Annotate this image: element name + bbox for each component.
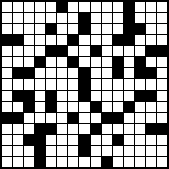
white-cell-r3c11[interactable] <box>113 24 123 34</box>
white-cell-r6c1[interactable] <box>2 57 12 67</box>
white-cell-r1c13[interactable] <box>135 2 145 12</box>
white-cell-r4c9[interactable] <box>91 35 101 45</box>
white-cell-r10c6[interactable] <box>57 102 67 112</box>
white-cell-r7c9[interactable] <box>91 68 101 78</box>
white-cell-r9c11[interactable] <box>113 91 123 101</box>
white-cell-r5c10[interactable] <box>102 46 112 56</box>
white-cell-r12c10[interactable] <box>102 124 112 134</box>
black-cell-r14c8 <box>79 146 89 156</box>
black-cell-r1c12 <box>124 2 134 12</box>
white-cell-r2c13[interactable] <box>135 13 145 23</box>
crossword-grid <box>0 0 169 169</box>
white-cell-r2c4[interactable] <box>35 13 45 23</box>
white-cell-r9c15[interactable] <box>157 91 167 101</box>
white-cell-r1c11[interactable] <box>113 2 123 12</box>
white-cell-r12c1[interactable] <box>2 124 12 134</box>
white-cell-r8c5[interactable] <box>46 79 56 89</box>
white-cell-r11c9[interactable] <box>91 113 101 123</box>
white-cell-r15c14[interactable] <box>146 157 156 167</box>
white-cell-r8c9[interactable] <box>91 79 101 89</box>
white-cell-r12c11[interactable] <box>113 124 123 134</box>
white-cell-r6c14[interactable] <box>146 57 156 67</box>
white-cell-r15c1[interactable] <box>2 157 12 167</box>
white-cell-r15c6[interactable] <box>57 157 67 167</box>
white-cell-r15c8[interactable] <box>79 157 89 167</box>
white-cell-r1c4[interactable] <box>35 2 45 12</box>
white-cell-r7c7[interactable] <box>68 68 78 78</box>
white-cell-r10c2[interactable] <box>13 102 23 112</box>
black-cell-r7c13 <box>135 68 145 78</box>
black-cell-r6c13 <box>135 57 145 67</box>
white-cell-r2c5[interactable] <box>46 13 56 23</box>
white-cell-r14c6[interactable] <box>57 146 67 156</box>
black-cell-r6c4 <box>35 57 45 67</box>
white-cell-r14c13[interactable] <box>135 146 145 156</box>
white-cell-r4c6[interactable] <box>57 35 67 45</box>
white-cell-r13c14[interactable] <box>146 135 156 145</box>
white-cell-r11c4[interactable] <box>35 113 45 123</box>
white-cell-r15c13[interactable] <box>135 157 145 167</box>
white-cell-r5c12[interactable] <box>124 46 134 56</box>
white-cell-r8c12[interactable] <box>124 79 134 89</box>
white-cell-r12c8[interactable] <box>79 124 89 134</box>
black-cell-r9c2 <box>13 91 23 101</box>
black-cell-r3c13 <box>135 24 145 34</box>
white-cell-r14c7[interactable] <box>68 146 78 156</box>
white-cell-r1c14[interactable] <box>146 2 156 12</box>
black-cell-r4c7 <box>68 35 78 45</box>
white-cell-r5c1[interactable] <box>2 46 12 56</box>
crossword-board <box>0 0 169 169</box>
white-cell-r11c5[interactable] <box>46 113 56 123</box>
white-cell-r11c12[interactable] <box>124 113 134 123</box>
white-cell-r4c8[interactable] <box>79 35 89 45</box>
black-cell-r3c5 <box>46 24 56 34</box>
black-cell-r2c12 <box>124 13 134 23</box>
white-cell-r11c13[interactable] <box>135 113 145 123</box>
black-cell-r7c2 <box>13 68 23 78</box>
white-cell-r1c10[interactable] <box>102 2 112 12</box>
white-cell-r7c1[interactable] <box>2 68 12 78</box>
white-cell-r11c8[interactable] <box>79 113 89 123</box>
black-cell-r12c15 <box>157 124 167 134</box>
white-cell-r13c10[interactable] <box>102 135 112 145</box>
black-cell-r3c12 <box>124 24 134 34</box>
black-cell-r5c9 <box>91 46 101 56</box>
white-cell-r14c5[interactable] <box>46 146 56 156</box>
white-cell-r10c15[interactable] <box>157 102 167 112</box>
white-cell-r5c4[interactable] <box>35 46 45 56</box>
white-cell-r14c10[interactable] <box>102 146 112 156</box>
white-cell-r9c4[interactable] <box>35 91 45 101</box>
white-cell-r14c11[interactable] <box>113 146 123 156</box>
white-cell-r13c6[interactable] <box>57 135 67 145</box>
white-cell-r4c10[interactable] <box>102 35 112 45</box>
black-cell-r11c1 <box>2 113 12 123</box>
white-cell-r1c7[interactable] <box>68 2 78 12</box>
white-cell-r5c13[interactable] <box>135 46 145 56</box>
white-cell-r9c12[interactable] <box>124 91 134 101</box>
white-cell-r15c5[interactable] <box>46 157 56 167</box>
white-cell-r8c2[interactable] <box>13 79 23 89</box>
white-cell-r9c7[interactable] <box>68 91 78 101</box>
black-cell-r10c3 <box>24 102 34 112</box>
black-cell-r5c5 <box>46 46 56 56</box>
white-cell-r8c13[interactable] <box>135 79 145 89</box>
white-cell-r13c7[interactable] <box>68 135 78 145</box>
black-cell-r15c4 <box>35 157 45 167</box>
white-cell-r11c15[interactable] <box>157 113 167 123</box>
white-cell-r2c1[interactable] <box>2 13 12 23</box>
white-cell-r3c6[interactable] <box>57 24 67 34</box>
white-cell-r10c4[interactable] <box>35 102 45 112</box>
white-cell-r1c8[interactable] <box>79 2 89 12</box>
white-cell-r12c12[interactable] <box>124 124 134 134</box>
white-cell-r10c1[interactable] <box>2 102 12 112</box>
black-cell-r5c14 <box>146 46 156 56</box>
white-cell-r3c9[interactable] <box>91 24 101 34</box>
white-cell-r7c5[interactable] <box>46 68 56 78</box>
white-cell-r7c10[interactable] <box>102 68 112 78</box>
black-cell-r9c5 <box>46 91 56 101</box>
black-cell-r10c12 <box>124 102 134 112</box>
white-cell-r3c10[interactable] <box>102 24 112 34</box>
white-cell-r6c2[interactable] <box>13 57 23 67</box>
white-cell-r4c5[interactable] <box>46 35 56 45</box>
white-cell-r6c9[interactable] <box>91 57 101 67</box>
white-cell-r15c12[interactable] <box>124 157 134 167</box>
black-cell-r13c11 <box>113 135 123 145</box>
white-cell-r1c1[interactable] <box>2 2 12 12</box>
black-cell-r10c5 <box>46 102 56 112</box>
white-cell-r8c3[interactable] <box>24 79 34 89</box>
white-cell-r12c2[interactable] <box>13 124 23 134</box>
black-cell-r12c4 <box>35 124 45 134</box>
white-cell-r4c13[interactable] <box>135 35 145 45</box>
white-cell-r14c14[interactable] <box>146 146 156 156</box>
white-cell-r7c4[interactable] <box>35 68 45 78</box>
white-cell-r6c3[interactable] <box>24 57 34 67</box>
black-cell-r11c10 <box>102 113 112 123</box>
black-cell-r14c4 <box>35 146 45 156</box>
black-cell-r10c9 <box>91 102 101 112</box>
white-cell-r5c3[interactable] <box>24 46 34 56</box>
black-cell-r3c8 <box>79 24 89 34</box>
white-cell-r5c7[interactable] <box>68 46 78 56</box>
white-cell-r2c2[interactable] <box>13 13 23 23</box>
white-cell-r7c15[interactable] <box>157 68 167 78</box>
white-cell-r4c4[interactable] <box>35 35 45 45</box>
black-cell-r12c5 <box>46 124 56 134</box>
white-cell-r1c2[interactable] <box>13 2 23 12</box>
white-cell-r5c11[interactable] <box>113 46 123 56</box>
white-cell-r8c4[interactable] <box>35 79 45 89</box>
white-cell-r15c7[interactable] <box>68 157 78 167</box>
white-cell-r14c12[interactable] <box>124 146 134 156</box>
white-cell-r7c12[interactable] <box>124 68 134 78</box>
white-cell-r8c10[interactable] <box>102 79 112 89</box>
white-cell-r4c14[interactable] <box>146 35 156 45</box>
white-cell-r13c9[interactable] <box>91 135 101 145</box>
black-cell-r5c15 <box>157 46 167 56</box>
white-cell-r9c9[interactable] <box>91 91 101 101</box>
black-cell-r2c8 <box>79 13 89 23</box>
black-cell-r11c2 <box>13 113 23 123</box>
white-cell-r10c11[interactable] <box>113 102 123 112</box>
white-cell-r8c14[interactable] <box>146 79 156 89</box>
white-cell-r4c15[interactable] <box>157 35 167 45</box>
black-cell-r6c7 <box>68 57 78 67</box>
white-cell-r6c10[interactable] <box>102 57 112 67</box>
white-cell-r2c14[interactable] <box>146 13 156 23</box>
black-cell-r7c8 <box>79 68 89 78</box>
white-cell-r4c3[interactable] <box>24 35 34 45</box>
black-cell-r8c8 <box>79 79 89 89</box>
white-cell-r10c8[interactable] <box>79 102 89 112</box>
black-cell-r7c14 <box>146 68 156 78</box>
white-cell-r2c10[interactable] <box>102 13 112 23</box>
white-cell-r10c14[interactable] <box>146 102 156 112</box>
white-cell-r3c4[interactable] <box>35 24 45 34</box>
white-cell-r12c6[interactable] <box>57 124 67 134</box>
black-cell-r7c11 <box>113 68 123 78</box>
white-cell-r3c2[interactable] <box>13 24 23 34</box>
black-cell-r1c6 <box>57 2 67 12</box>
white-cell-r3c14[interactable] <box>146 24 156 34</box>
white-cell-r1c5[interactable] <box>46 2 56 12</box>
white-cell-r3c3[interactable] <box>24 24 34 34</box>
white-cell-r10c13[interactable] <box>135 102 145 112</box>
white-cell-r2c9[interactable] <box>91 13 101 23</box>
white-cell-r13c15[interactable] <box>157 135 167 145</box>
black-cell-r12c14 <box>146 124 156 134</box>
white-cell-r2c3[interactable] <box>24 13 34 23</box>
white-cell-r9c1[interactable] <box>2 91 12 101</box>
white-cell-r11c6[interactable] <box>57 113 67 123</box>
white-cell-r3c1[interactable] <box>2 24 12 34</box>
white-cell-r6c8[interactable] <box>79 57 89 67</box>
white-cell-r13c1[interactable] <box>2 135 12 145</box>
black-cell-r9c8 <box>79 91 89 101</box>
white-cell-r8c6[interactable] <box>57 79 67 89</box>
white-cell-r13c5[interactable] <box>46 135 56 145</box>
black-cell-r6c11 <box>113 57 123 67</box>
white-cell-r6c6[interactable] <box>57 57 67 67</box>
white-cell-r14c9[interactable] <box>91 146 101 156</box>
white-cell-r10c7[interactable] <box>68 102 78 112</box>
white-cell-r12c3[interactable] <box>24 124 34 134</box>
white-cell-r12c7[interactable] <box>68 124 78 134</box>
black-cell-r4c2 <box>13 35 23 45</box>
white-cell-r14c1[interactable] <box>2 146 12 156</box>
white-cell-r5c8[interactable] <box>79 46 89 56</box>
white-cell-r9c6[interactable] <box>57 91 67 101</box>
white-cell-r1c9[interactable] <box>91 2 101 12</box>
white-cell-r14c15[interactable] <box>157 146 167 156</box>
white-cell-r3c15[interactable] <box>157 24 167 34</box>
white-cell-r11c14[interactable] <box>146 113 156 123</box>
black-cell-r9c3 <box>24 91 34 101</box>
white-cell-r11c3[interactable] <box>24 113 34 123</box>
black-cell-r4c1 <box>2 35 12 45</box>
white-cell-r9c10[interactable] <box>102 91 112 101</box>
white-cell-r2c6[interactable] <box>57 13 67 23</box>
white-cell-r8c11[interactable] <box>113 79 123 89</box>
white-cell-r7c6[interactable] <box>57 68 67 78</box>
black-cell-r4c12 <box>124 35 134 45</box>
black-cell-r12c9 <box>91 124 101 134</box>
white-cell-r6c12[interactable] <box>124 57 134 67</box>
white-cell-r8c7[interactable] <box>68 79 78 89</box>
white-cell-r12c13[interactable] <box>135 124 145 134</box>
black-cell-r15c10 <box>102 157 112 167</box>
white-cell-r1c3[interactable] <box>24 2 34 12</box>
white-cell-r8c15[interactable] <box>157 79 167 89</box>
black-cell-r11c11 <box>113 113 123 123</box>
black-cell-r7c3 <box>24 68 34 78</box>
white-cell-r15c2[interactable] <box>13 157 23 167</box>
white-cell-r15c9[interactable] <box>91 157 101 167</box>
white-cell-r5c2[interactable] <box>13 46 23 56</box>
white-cell-r14c3[interactable] <box>24 146 34 156</box>
white-cell-r2c11[interactable] <box>113 13 123 23</box>
white-cell-r6c5[interactable] <box>46 57 56 67</box>
white-cell-r13c12[interactable] <box>124 135 134 145</box>
white-cell-r2c15[interactable] <box>157 13 167 23</box>
white-cell-r15c3[interactable] <box>24 157 34 167</box>
black-cell-r9c14 <box>146 91 156 101</box>
white-cell-r13c2[interactable] <box>13 135 23 145</box>
black-cell-r13c8 <box>79 135 89 145</box>
white-cell-r15c11[interactable] <box>113 157 123 167</box>
white-cell-r15c15[interactable] <box>157 157 167 167</box>
black-cell-r4c11 <box>113 35 123 45</box>
white-cell-r2c7[interactable] <box>68 13 78 23</box>
black-cell-r13c3 <box>24 135 34 145</box>
white-cell-r1c15[interactable] <box>157 2 167 12</box>
white-cell-r14c2[interactable] <box>13 146 23 156</box>
black-cell-r11c7 <box>68 113 78 123</box>
black-cell-r9c13 <box>135 91 145 101</box>
black-cell-r5c6 <box>57 46 67 56</box>
white-cell-r10c10[interactable] <box>102 102 112 112</box>
white-cell-r8c1[interactable] <box>2 79 12 89</box>
white-cell-r3c7[interactable] <box>68 24 78 34</box>
black-cell-r13c4 <box>35 135 45 145</box>
white-cell-r6c15[interactable] <box>157 57 167 67</box>
white-cell-r13c13[interactable] <box>135 135 145 145</box>
